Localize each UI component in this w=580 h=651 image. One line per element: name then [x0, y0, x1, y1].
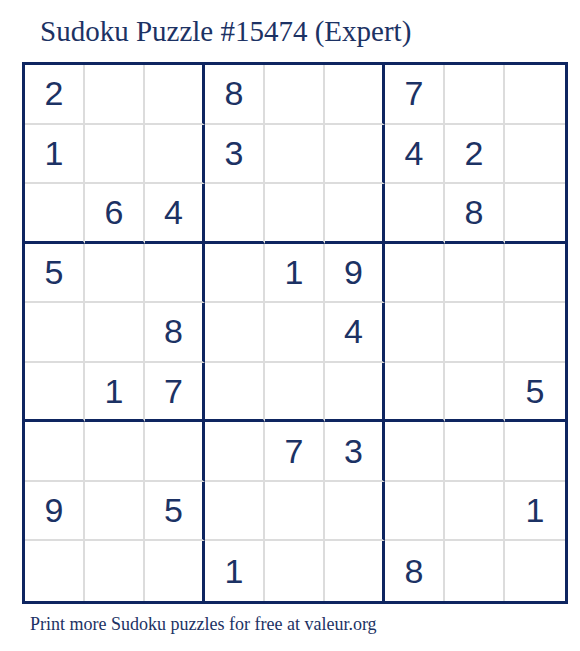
sudoku-cell-r6c3: 7 — [145, 363, 205, 423]
sudoku-cell-r4c4 — [205, 244, 265, 304]
footer-text: Print more Sudoku puzzles for free at va… — [30, 614, 377, 635]
sudoku-cell-r9c4: 1 — [205, 541, 265, 601]
sudoku-cell-r2c8: 2 — [445, 125, 505, 185]
sudoku-cell-r6c9: 5 — [505, 363, 565, 423]
sudoku-cell-r4c5: 1 — [265, 244, 325, 304]
sudoku-cell-r1c4: 8 — [205, 65, 265, 125]
sudoku-cell-r3c3: 4 — [145, 184, 205, 244]
sudoku-cell-r6c2: 1 — [85, 363, 145, 423]
sudoku-cell-r8c9: 1 — [505, 482, 565, 542]
sudoku-cell-r2c9 — [505, 125, 565, 185]
sudoku-cell-r8c6 — [325, 482, 385, 542]
sudoku-cell-r2c2 — [85, 125, 145, 185]
sudoku-cell-r3c7 — [385, 184, 445, 244]
sudoku-cell-r8c3: 5 — [145, 482, 205, 542]
sudoku-cell-r7c5: 7 — [265, 422, 325, 482]
sudoku-cell-r4c9 — [505, 244, 565, 304]
sudoku-cell-r6c5 — [265, 363, 325, 423]
sudoku-cell-r6c6 — [325, 363, 385, 423]
sudoku-cell-r8c2 — [85, 482, 145, 542]
sudoku-cell-r9c7: 8 — [385, 541, 445, 601]
sudoku-cell-r5c9 — [505, 303, 565, 363]
sudoku-cell-r2c4: 3 — [205, 125, 265, 185]
sudoku-cell-r6c1 — [25, 363, 85, 423]
sudoku-cell-r5c8 — [445, 303, 505, 363]
sudoku-cell-r7c3 — [145, 422, 205, 482]
sudoku-cell-r8c8 — [445, 482, 505, 542]
sudoku-cell-r5c4 — [205, 303, 265, 363]
sudoku-cell-r9c6 — [325, 541, 385, 601]
sudoku-cell-r9c1 — [25, 541, 85, 601]
sudoku-cell-r9c2 — [85, 541, 145, 601]
sudoku-cell-r8c1: 9 — [25, 482, 85, 542]
sudoku-cell-r1c9 — [505, 65, 565, 125]
sudoku-cell-r4c2 — [85, 244, 145, 304]
sudoku-cell-r3c5 — [265, 184, 325, 244]
sudoku-cell-r5c1 — [25, 303, 85, 363]
sudoku-cell-r3c6 — [325, 184, 385, 244]
sudoku-cell-r6c4 — [205, 363, 265, 423]
sudoku-cell-r2c1: 1 — [25, 125, 85, 185]
sudoku-cell-r2c7: 4 — [385, 125, 445, 185]
sudoku-cell-r8c4 — [205, 482, 265, 542]
sudoku-cell-r6c8 — [445, 363, 505, 423]
sudoku-cell-r4c8 — [445, 244, 505, 304]
sudoku-cell-r7c9 — [505, 422, 565, 482]
sudoku-cell-r3c9 — [505, 184, 565, 244]
sudoku-cell-r2c5 — [265, 125, 325, 185]
sudoku-cell-r2c6 — [325, 125, 385, 185]
sudoku-cell-r1c5 — [265, 65, 325, 125]
sudoku-cell-r5c6: 4 — [325, 303, 385, 363]
sudoku-cell-r4c3 — [145, 244, 205, 304]
sudoku-cell-r3c8: 8 — [445, 184, 505, 244]
sudoku-cell-r5c5 — [265, 303, 325, 363]
sudoku-cell-r5c2 — [85, 303, 145, 363]
sudoku-cell-r5c7 — [385, 303, 445, 363]
sudoku-cell-r6c7 — [385, 363, 445, 423]
sudoku-cell-r9c5 — [265, 541, 325, 601]
sudoku-cell-r8c5 — [265, 482, 325, 542]
sudoku-cell-r9c3 — [145, 541, 205, 601]
sudoku-cell-r9c9 — [505, 541, 565, 601]
sudoku-cell-r5c3: 8 — [145, 303, 205, 363]
sudoku-cell-r4c7 — [385, 244, 445, 304]
sudoku-cell-r7c8 — [445, 422, 505, 482]
sudoku-cell-r3c2: 6 — [85, 184, 145, 244]
sudoku-cell-r4c1: 5 — [25, 244, 85, 304]
sudoku-cell-r3c4 — [205, 184, 265, 244]
sudoku-cell-r1c1: 2 — [25, 65, 85, 125]
sudoku-cell-r1c8 — [445, 65, 505, 125]
page-title: Sudoku Puzzle #15474 (Expert) — [40, 16, 411, 48]
sudoku-cell-r7c2 — [85, 422, 145, 482]
sudoku-cell-r7c6: 3 — [325, 422, 385, 482]
sudoku-cell-r7c4 — [205, 422, 265, 482]
sudoku-cell-r7c7 — [385, 422, 445, 482]
sudoku-cell-r8c7 — [385, 482, 445, 542]
sudoku-grid: 2871342648519841757395118 — [22, 62, 568, 604]
sudoku-cell-r4c6: 9 — [325, 244, 385, 304]
sudoku-cell-r7c1 — [25, 422, 85, 482]
sudoku-cell-r1c2 — [85, 65, 145, 125]
sudoku-cell-r3c1 — [25, 184, 85, 244]
sudoku-cell-r1c6 — [325, 65, 385, 125]
sudoku-cell-r2c3 — [145, 125, 205, 185]
sudoku-cell-r9c8 — [445, 541, 505, 601]
sudoku-cell-r1c3 — [145, 65, 205, 125]
sudoku-cell-r1c7: 7 — [385, 65, 445, 125]
